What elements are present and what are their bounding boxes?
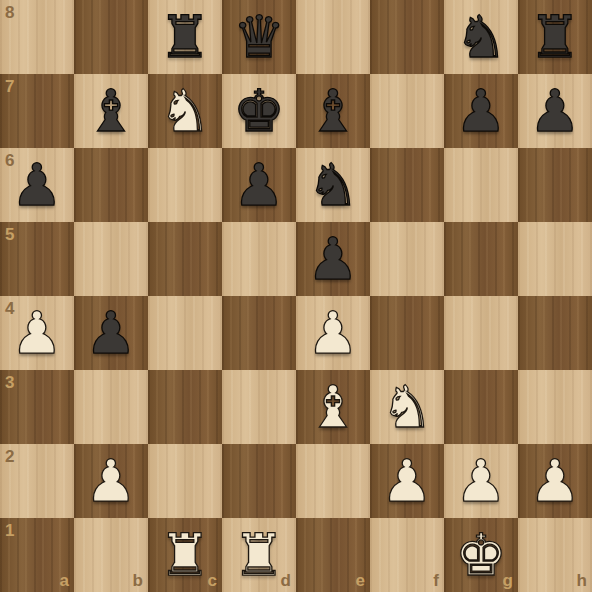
- square-a3[interactable]: 3: [0, 370, 74, 444]
- square-f2[interactable]: ♟: [370, 444, 444, 518]
- square-h8[interactable]: ♜: [518, 0, 592, 74]
- square-g3[interactable]: [444, 370, 518, 444]
- square-c6[interactable]: [148, 148, 222, 222]
- rank-label: 7: [5, 78, 14, 95]
- white-bishop[interactable]: ♝: [296, 370, 370, 444]
- square-c1[interactable]: c♜: [148, 518, 222, 592]
- black-pawn[interactable]: ♟: [0, 148, 74, 222]
- black-pawn[interactable]: ♟: [74, 296, 148, 370]
- white-pawn[interactable]: ♟: [0, 296, 74, 370]
- square-a5[interactable]: 5: [0, 222, 74, 296]
- white-king[interactable]: ♚: [444, 518, 518, 592]
- black-pawn[interactable]: ♟: [444, 74, 518, 148]
- square-a4[interactable]: 4♟: [0, 296, 74, 370]
- square-a8[interactable]: 8: [0, 0, 74, 74]
- square-d6[interactable]: ♟: [222, 148, 296, 222]
- square-c3[interactable]: [148, 370, 222, 444]
- black-bishop[interactable]: ♝: [296, 74, 370, 148]
- square-h4[interactable]: [518, 296, 592, 370]
- square-h5[interactable]: [518, 222, 592, 296]
- square-f5[interactable]: [370, 222, 444, 296]
- square-e5[interactable]: ♟: [296, 222, 370, 296]
- white-rook[interactable]: ♜: [222, 518, 296, 592]
- white-pawn[interactable]: ♟: [74, 444, 148, 518]
- white-pawn[interactable]: ♟: [296, 296, 370, 370]
- square-h1[interactable]: h: [518, 518, 592, 592]
- square-a6[interactable]: 6♟: [0, 148, 74, 222]
- square-e2[interactable]: [296, 444, 370, 518]
- black-king[interactable]: ♚: [222, 74, 296, 148]
- white-knight[interactable]: ♞: [370, 370, 444, 444]
- square-g7[interactable]: ♟: [444, 74, 518, 148]
- square-d5[interactable]: [222, 222, 296, 296]
- black-rook[interactable]: ♜: [148, 0, 222, 74]
- square-a2[interactable]: 2: [0, 444, 74, 518]
- square-a7[interactable]: 7: [0, 74, 74, 148]
- square-e8[interactable]: [296, 0, 370, 74]
- square-d2[interactable]: [222, 444, 296, 518]
- square-g6[interactable]: [444, 148, 518, 222]
- black-pawn[interactable]: ♟: [296, 222, 370, 296]
- black-pawn[interactable]: ♟: [222, 148, 296, 222]
- square-f7[interactable]: [370, 74, 444, 148]
- square-b7[interactable]: ♝: [74, 74, 148, 148]
- square-d4[interactable]: [222, 296, 296, 370]
- rank-label: 3: [5, 374, 14, 391]
- square-c4[interactable]: [148, 296, 222, 370]
- rank-label: 2: [5, 448, 14, 465]
- square-f3[interactable]: ♞: [370, 370, 444, 444]
- square-a1[interactable]: 1a: [0, 518, 74, 592]
- file-label: e: [356, 572, 365, 589]
- black-bishop[interactable]: ♝: [74, 74, 148, 148]
- black-pawn[interactable]: ♟: [518, 74, 592, 148]
- file-label: a: [60, 572, 69, 589]
- rank-label: 1: [5, 522, 14, 539]
- white-knight[interactable]: ♞: [148, 74, 222, 148]
- square-d7[interactable]: ♚: [222, 74, 296, 148]
- square-g1[interactable]: g♚: [444, 518, 518, 592]
- square-g4[interactable]: [444, 296, 518, 370]
- square-f1[interactable]: f: [370, 518, 444, 592]
- square-b3[interactable]: [74, 370, 148, 444]
- square-e4[interactable]: ♟: [296, 296, 370, 370]
- black-knight[interactable]: ♞: [296, 148, 370, 222]
- square-c8[interactable]: ♜: [148, 0, 222, 74]
- square-b2[interactable]: ♟: [74, 444, 148, 518]
- square-g8[interactable]: ♞: [444, 0, 518, 74]
- black-knight[interactable]: ♞: [444, 0, 518, 74]
- square-e3[interactable]: ♝: [296, 370, 370, 444]
- square-e7[interactable]: ♝: [296, 74, 370, 148]
- black-rook[interactable]: ♜: [518, 0, 592, 74]
- square-h7[interactable]: ♟: [518, 74, 592, 148]
- file-label: b: [133, 572, 143, 589]
- square-e1[interactable]: e: [296, 518, 370, 592]
- white-pawn[interactable]: ♟: [370, 444, 444, 518]
- square-d8[interactable]: ♛: [222, 0, 296, 74]
- square-b4[interactable]: ♟: [74, 296, 148, 370]
- square-h6[interactable]: [518, 148, 592, 222]
- white-pawn[interactable]: ♟: [444, 444, 518, 518]
- square-g5[interactable]: [444, 222, 518, 296]
- square-g2[interactable]: ♟: [444, 444, 518, 518]
- file-label: h: [577, 572, 587, 589]
- white-rook[interactable]: ♜: [148, 518, 222, 592]
- rank-label: 8: [5, 4, 14, 21]
- square-d3[interactable]: [222, 370, 296, 444]
- square-f6[interactable]: [370, 148, 444, 222]
- square-b6[interactable]: [74, 148, 148, 222]
- square-b1[interactable]: b: [74, 518, 148, 592]
- square-d1[interactable]: d♜: [222, 518, 296, 592]
- square-f4[interactable]: [370, 296, 444, 370]
- square-c7[interactable]: ♞: [148, 74, 222, 148]
- square-b5[interactable]: [74, 222, 148, 296]
- square-e6[interactable]: ♞: [296, 148, 370, 222]
- square-h2[interactable]: ♟: [518, 444, 592, 518]
- white-pawn[interactable]: ♟: [518, 444, 592, 518]
- file-label: f: [433, 572, 439, 589]
- square-f8[interactable]: [370, 0, 444, 74]
- square-c2[interactable]: [148, 444, 222, 518]
- black-queen[interactable]: ♛: [222, 0, 296, 74]
- rank-label: 5: [5, 226, 14, 243]
- square-c5[interactable]: [148, 222, 222, 296]
- square-b8[interactable]: [74, 0, 148, 74]
- square-h3[interactable]: [518, 370, 592, 444]
- chess-board: 8♜♛♞♜7♝♞♚♝♟♟6♟♟♞5♟4♟♟♟3♝♞2♟♟♟♟1abc♜d♜efg…: [0, 0, 592, 592]
